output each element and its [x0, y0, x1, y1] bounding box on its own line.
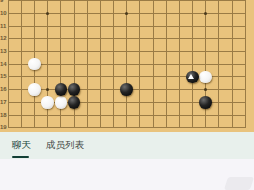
row-coordinate-label: 13 — [0, 48, 7, 55]
tab-member-list[interactable]: 成员列表 — [46, 132, 84, 159]
grid-line-horizontal — [8, 38, 246, 39]
row-coordinate-label: 14 — [0, 61, 7, 68]
app-screen: 910111213141516171819 聊天 成员列表 — [0, 0, 254, 190]
star-point — [204, 12, 207, 15]
row-coordinate-label: 9 — [0, 0, 7, 4]
black-stone — [68, 83, 81, 96]
grid-line-horizontal — [8, 0, 246, 1]
row-coordinate-label: 11 — [0, 23, 7, 30]
row-coordinate-label: 10 — [0, 10, 7, 17]
tab-member-list-label: 成员列表 — [46, 139, 84, 152]
white-stone — [199, 71, 212, 84]
row-coordinate-label: 18 — [0, 112, 7, 119]
star-point — [46, 12, 49, 15]
white-stone — [28, 83, 41, 96]
last-move-marker-icon — [188, 74, 194, 79]
watermark-smudge — [224, 177, 254, 190]
active-tab-underline — [12, 156, 29, 159]
tab-bar: 聊天 成员列表 — [0, 132, 254, 159]
star-point — [46, 88, 49, 91]
row-coordinate-label: 12 — [0, 35, 7, 42]
grid-line-horizontal — [8, 64, 246, 65]
star-point — [204, 88, 207, 91]
chat-panel[interactable] — [0, 159, 254, 190]
star-point — [125, 12, 128, 15]
tab-chat[interactable]: 聊天 — [12, 132, 31, 159]
tab-chat-label: 聊天 — [12, 139, 31, 152]
white-stone — [55, 96, 68, 109]
grid-line-horizontal — [8, 51, 246, 52]
row-coordinate-label: 16 — [0, 86, 7, 93]
row-coordinate-label: 19 — [0, 124, 7, 131]
grid-line-horizontal — [8, 26, 246, 27]
black-stone — [120, 83, 133, 96]
go-board[interactable]: 910111213141516171819 — [0, 0, 254, 132]
black-stone — [55, 83, 68, 96]
grid-line-horizontal — [8, 115, 246, 116]
white-stone — [28, 58, 41, 71]
row-coordinate-label: 15 — [0, 73, 7, 80]
grid-line-horizontal — [8, 127, 246, 128]
white-stone — [41, 96, 54, 109]
row-coordinate-label: 17 — [0, 99, 7, 106]
black-stone — [68, 96, 81, 109]
black-stone — [199, 96, 212, 109]
